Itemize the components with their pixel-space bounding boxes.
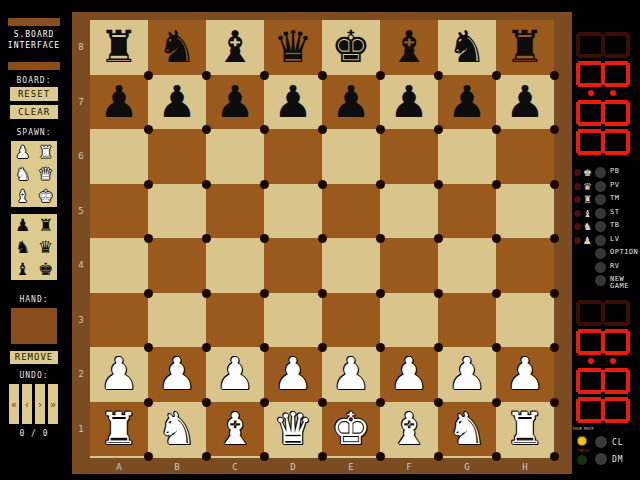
function-led [574,237,581,244]
square-e7[interactable]: ♟ [322,75,380,130]
square-h8[interactable]: ♜ [496,20,554,75]
square-c2[interactable]: ♟ [206,347,264,402]
square-f3[interactable] [380,293,438,348]
square-b8[interactable]: ♞ [148,20,206,75]
square-sensor-dot [550,125,559,134]
piece-black-king: ♚ [322,20,380,75]
square-sensor-dot [144,71,153,80]
piece-white-pawn: ♟ [438,347,496,402]
piece-black-pawn: ♟ [148,75,206,130]
piece-black-knight: ♞ [148,20,206,75]
file-label-b: B [148,462,206,472]
undo-forward-button[interactable]: › [35,384,45,424]
square-sensor-dot [492,289,501,298]
square-e5[interactable] [322,184,380,239]
piece-white-pawn: ♟ [206,347,264,402]
clock-digit [576,368,630,394]
square-h6[interactable] [496,129,554,184]
square-b3[interactable] [148,293,206,348]
square-sensor-dot [550,180,559,189]
function-led [574,210,581,217]
square-g7[interactable]: ♟ [438,75,496,130]
piece-white-king: ♚ [322,402,380,457]
square-sensor-dot [202,180,211,189]
new-game-button[interactable] [595,275,606,286]
square-c7[interactable]: ♟ [206,75,264,130]
undo-controls: «‹›» [9,384,58,424]
square-sensor-dot [260,398,269,407]
square-b7[interactable]: ♟ [148,75,206,130]
spawn-section-label: SPAWN: [0,128,68,137]
square-c6[interactable] [206,129,264,184]
piece-white-knight: ♞ [438,402,496,457]
square-h4[interactable] [496,238,554,293]
spawn-white-knight[interactable]: ♞ [11,163,34,185]
piece-black-pawn: ♟ [380,75,438,130]
piece-white-knight: ♞ [148,402,206,457]
square-sensor-dot [202,125,211,134]
square-sensor-dot [550,398,559,407]
square-sensor-dot [144,180,153,189]
square-sensor-dot [318,125,327,134]
square-f8[interactable]: ♝ [380,20,438,75]
square-c3[interactable] [206,293,264,348]
square-sensor-dot [376,289,385,298]
function-label: PV [610,182,619,189]
spawn-black-queen[interactable]: ♛ [34,236,57,258]
square-sensor-dot [376,343,385,352]
square-d3[interactable] [264,293,322,348]
square-f2[interactable]: ♟ [380,347,438,402]
board-frame: ♜♞♝♛♚♝♞♜♟♟♟♟♟♟♟♟♟♟♟♟♟♟♟♟♜♞♝♛♚♝♞♜ 8765432… [72,12,572,474]
square-c8[interactable]: ♝ [206,20,264,75]
square-a6[interactable] [90,129,148,184]
square-sensor-dot [434,180,443,189]
function-row-new-game: NEW GAME [572,274,640,287]
square-sensor-dot [318,452,327,461]
undo-counter: 0 / 0 [0,429,68,438]
your-move-led [577,436,587,446]
square-sensor-dot [492,234,501,243]
spawn-black-king[interactable]: ♚ [34,258,57,280]
square-f1[interactable]: ♝ [380,402,438,457]
rank-label-4: 4 [72,260,90,270]
square-a5[interactable] [90,184,148,239]
rank-label-3: 3 [72,315,90,325]
st-button[interactable] [595,208,606,219]
square-sensor-dot [318,343,327,352]
function-label: PB [610,168,619,175]
square-sensor-dot [492,398,501,407]
square-a1[interactable]: ♜ [90,402,148,457]
clock-display-bottom [576,300,632,426]
file-label-f: F [380,462,438,472]
square-sensor-dot [550,343,559,352]
clock-colon [576,90,630,97]
piece-white-pawn: ♟ [90,347,148,402]
clock-display-top [576,32,632,158]
square-a8[interactable]: ♜ [90,20,148,75]
rook-icon: ♜ [583,194,592,205]
function-label: ST [610,209,619,216]
square-sensor-dot [376,125,385,134]
square-sensor-dot [144,398,153,407]
square-sensor-dot [202,71,211,80]
square-sensor-dot [202,343,211,352]
file-label-e: E [322,462,380,472]
square-a7[interactable]: ♟ [90,75,148,130]
square-h1[interactable]: ♜ [496,402,554,457]
square-sensor-dot [260,125,269,134]
hand-slot[interactable] [11,308,57,344]
square-sensor-dot [202,452,211,461]
function-row-st: ♝ST [572,207,640,220]
spawn-white-pawn[interactable]: ♟ [11,141,34,163]
sidebar-top-bar [8,18,60,26]
clear-button[interactable]: CLEAR [10,105,58,119]
pawn-icon: ♟ [583,235,592,246]
piece-black-pawn: ♟ [206,75,264,130]
function-row-tm: ♜TM [572,193,640,206]
square-e8[interactable]: ♚ [322,20,380,75]
app-title-line1: S.BOARD [0,29,68,40]
piece-white-pawn: ♟ [322,347,380,402]
function-row-lv: ♟LV [572,234,640,247]
square-sensor-dot [376,398,385,407]
cl-button-label: CL [612,438,624,447]
rank-label-6: 6 [72,151,90,161]
reset-button[interactable]: RESET [10,87,58,101]
square-sensor-dot [550,71,559,80]
square-b6[interactable] [148,129,206,184]
option-button[interactable] [595,248,606,259]
piece-white-pawn: ♟ [264,347,322,402]
function-row-tb: ♞TB [572,220,640,233]
square-sensor-dot [492,180,501,189]
square-sensor-dot [202,234,211,243]
square-g5[interactable] [438,184,496,239]
function-label: RV [610,263,619,270]
rank-label-2: 2 [72,369,90,379]
square-f6[interactable] [380,129,438,184]
square-c4[interactable] [206,238,264,293]
check-caption: CHECK [572,448,594,453]
square-b4[interactable] [148,238,206,293]
spawn-panel-black: ♟♜♞♛♝♚ [11,214,57,280]
tm-button[interactable] [595,194,606,205]
piece-black-rook: ♜ [90,20,148,75]
undo-first-button[interactable]: « [9,384,19,424]
square-e6[interactable] [322,129,380,184]
clock-digit [576,32,630,58]
square-sensor-dot [144,452,153,461]
clock-digit [576,397,630,423]
spawn-black-bishop[interactable]: ♝ [11,258,34,280]
square-e1[interactable]: ♚ [322,402,380,457]
function-row-pb: ♚PB [572,166,640,179]
square-a2[interactable]: ♟ [90,347,148,402]
sboard-interface-app: S.BOARD INTERFACE BOARD: RESET CLEAR SPA… [0,0,640,480]
piece-black-queen: ♛ [264,20,322,75]
piece-black-pawn: ♟ [438,75,496,130]
square-sensor-dot [202,289,211,298]
square-sensor-dot [434,125,443,134]
square-d8[interactable]: ♛ [264,20,322,75]
square-sensor-dot [376,452,385,461]
square-sensor-dot [260,452,269,461]
square-b2[interactable]: ♟ [148,347,206,402]
clock-digit [576,329,630,355]
function-led [574,196,581,203]
app-title-line2: INTERFACE [0,40,68,51]
piece-black-rook: ♜ [496,20,554,75]
piece-white-bishop: ♝ [380,402,438,457]
tb-button[interactable] [595,221,606,232]
square-sensor-dot [550,452,559,461]
piece-black-bishop: ♝ [380,20,438,75]
dm-button-label: DM [612,455,624,464]
square-sensor-dot [492,125,501,134]
file-label-d: D [264,462,322,472]
board-squares: ♜♞♝♛♚♝♞♜♟♟♟♟♟♟♟♟♟♟♟♟♟♟♟♟♜♞♝♛♚♝♞♜ [90,20,554,456]
square-g2[interactable]: ♟ [438,347,496,402]
square-c1[interactable]: ♝ [206,402,264,457]
square-f4[interactable] [380,238,438,293]
square-sensor-dot [318,289,327,298]
spawn-black-rook[interactable]: ♜ [34,214,57,236]
spawn-black-pawn[interactable]: ♟ [11,214,34,236]
spawn-black-knight[interactable]: ♞ [11,236,34,258]
piece-black-pawn: ♟ [496,75,554,130]
rank-label-1: 1 [72,424,90,434]
square-g6[interactable] [438,129,496,184]
undo-back-button[interactable]: ‹ [22,384,32,424]
square-sensor-dot [434,452,443,461]
square-e3[interactable] [322,293,380,348]
square-h3[interactable] [496,293,554,348]
square-c5[interactable] [206,184,264,239]
clock-digit [576,129,630,155]
square-sensor-dot [376,180,385,189]
function-row-pv: ♛PV [572,180,640,193]
function-row-rv: RV [572,261,640,274]
square-sensor-dot [376,234,385,243]
function-led [574,223,581,230]
rank-label-8: 8 [72,42,90,52]
square-b1[interactable]: ♞ [148,402,206,457]
square-sensor-dot [492,71,501,80]
piece-white-pawn: ♟ [148,347,206,402]
square-g1[interactable]: ♞ [438,402,496,457]
square-sensor-dot [260,343,269,352]
square-b5[interactable] [148,184,206,239]
square-sensor-dot [434,343,443,352]
rank-label-7: 7 [72,97,90,107]
clock-digit [576,100,630,126]
spawn-white-queen[interactable]: ♛ [34,163,57,185]
bishop-icon: ♝ [583,208,592,219]
clock-digit [576,61,630,87]
queen-icon: ♛ [583,181,592,192]
function-label: OPTION [610,249,638,256]
remove-button[interactable]: REMOVE [10,351,58,364]
spawn-white-bishop[interactable]: ♝ [11,185,34,207]
square-d6[interactable] [264,129,322,184]
undo-section-label: UNDO: [0,371,68,380]
square-sensor-dot [318,180,327,189]
square-a3[interactable] [90,293,148,348]
piece-black-knight: ♞ [438,20,496,75]
square-sensor-dot [318,71,327,80]
pv-button[interactable] [595,181,606,192]
square-sensor-dot [260,289,269,298]
sidebar-divider-bar [8,62,60,70]
spawn-white-king[interactable]: ♚ [34,185,57,207]
king-icon: ♚ [583,167,592,178]
file-label-c: C [206,462,264,472]
spawn-panel-white: ♟♜♞♛♝♚ [11,141,57,207]
square-g8[interactable]: ♞ [438,20,496,75]
cl-button[interactable] [595,436,607,448]
board-section-label: BOARD: [0,76,68,85]
square-sensor-dot [260,180,269,189]
your-move-caption: YOUR MOVE [572,426,594,431]
square-sensor-dot [434,234,443,243]
square-d5[interactable] [264,184,322,239]
file-label-g: G [438,462,496,472]
square-sensor-dot [376,71,385,80]
function-label: TB [610,222,619,229]
file-label-h: H [496,462,554,472]
square-sensor-dot [144,234,153,243]
piece-white-pawn: ♟ [496,347,554,402]
pb-button[interactable] [595,167,606,178]
square-g4[interactable] [438,238,496,293]
square-sensor-dot [434,398,443,407]
undo-last-button[interactable]: » [48,384,58,424]
square-sensor-dot [492,452,501,461]
square-h5[interactable] [496,184,554,239]
clock-colon [576,358,630,365]
spawn-white-rook[interactable]: ♜ [34,141,57,163]
square-e2[interactable]: ♟ [322,347,380,402]
rv-button[interactable] [595,262,606,273]
square-f7[interactable]: ♟ [380,75,438,130]
square-sensor-dot [260,234,269,243]
square-sensor-dot [260,71,269,80]
hand-section-label: HAND: [0,295,68,304]
square-d4[interactable] [264,238,322,293]
square-sensor-dot [434,71,443,80]
square-d7[interactable]: ♟ [264,75,322,130]
function-led [574,183,581,190]
piece-black-pawn: ♟ [322,75,380,130]
check-led [577,455,587,465]
piece-white-pawn: ♟ [380,347,438,402]
square-e4[interactable] [322,238,380,293]
square-sensor-dot [492,343,501,352]
piece-white-bishop: ♝ [206,402,264,457]
dm-button[interactable] [595,453,607,465]
lv-button[interactable] [595,235,606,246]
square-sensor-dot [318,398,327,407]
function-label: LV [610,236,619,243]
square-d2[interactable]: ♟ [264,347,322,402]
clock-digit [576,300,630,326]
piece-white-queen: ♛ [264,402,322,457]
square-sensor-dot [144,125,153,134]
square-d1[interactable]: ♛ [264,402,322,457]
knight-icon: ♞ [583,221,592,232]
square-sensor-dot [434,289,443,298]
piece-black-pawn: ♟ [264,75,322,130]
app-title: S.BOARD INTERFACE [0,29,68,51]
square-sensor-dot [550,234,559,243]
piece-black-bishop: ♝ [206,20,264,75]
function-label: TM [610,195,619,202]
square-sensor-dot [550,289,559,298]
function-led [574,169,581,176]
square-f5[interactable] [380,184,438,239]
rank-label-5: 5 [72,206,90,216]
piece-black-pawn: ♟ [90,75,148,130]
square-sensor-dot [318,234,327,243]
square-sensor-dot [202,398,211,407]
function-row-option: OPTION [572,247,640,260]
piece-white-rook: ♜ [90,402,148,457]
square-sensor-dot [144,289,153,298]
piece-white-rook: ♜ [496,402,554,457]
square-g3[interactable] [438,293,496,348]
square-a4[interactable] [90,238,148,293]
square-h2[interactable]: ♟ [496,347,554,402]
square-sensor-dot [144,343,153,352]
function-label: NEW GAME [610,276,629,290]
square-h7[interactable]: ♟ [496,75,554,130]
file-label-a: A [90,462,148,472]
